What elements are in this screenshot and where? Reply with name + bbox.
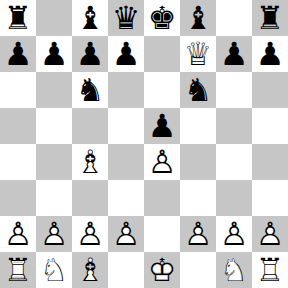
square-e2[interactable] [144,216,180,252]
square-e6[interactable] [144,72,180,108]
square-b3[interactable] [36,180,72,216]
black-bishop: ♝ [72,0,108,36]
square-f2[interactable]: ♟♙ [180,216,216,252]
square-g5[interactable] [216,108,252,144]
white-pawn: ♟♙ [0,216,36,252]
square-a8[interactable]: ♜ [0,0,36,36]
square-h3[interactable] [252,180,288,216]
square-d4[interactable] [108,144,144,180]
black-pawn: ♟ [216,36,252,72]
square-a6[interactable] [0,72,36,108]
white-pawn: ♟♙ [36,216,72,252]
square-a4[interactable] [0,144,36,180]
white-rook: ♜♖ [0,252,36,288]
square-c3[interactable] [72,180,108,216]
square-e8[interactable]: ♚ [144,0,180,36]
square-h5[interactable] [252,108,288,144]
square-h6[interactable] [252,72,288,108]
square-d1[interactable] [108,252,144,288]
square-d8[interactable]: ♛ [108,0,144,36]
black-pawn: ♟ [252,36,288,72]
square-d2[interactable]: ♟♙ [108,216,144,252]
square-g8[interactable] [216,0,252,36]
square-b4[interactable] [36,144,72,180]
square-f1[interactable] [180,252,216,288]
square-h4[interactable] [252,144,288,180]
square-b7[interactable]: ♟ [36,36,72,72]
square-b6[interactable] [36,72,72,108]
square-e3[interactable] [144,180,180,216]
black-rook: ♜ [0,0,36,36]
chess-board: ♜♝♛♚♝♜♟♟♟♟♛♕♟♟♞♞♟♝♗♟♙♟♙♟♙♟♙♟♙♟♙♟♙♟♙♜♖♞♘♝… [0,0,288,288]
square-c5[interactable] [72,108,108,144]
square-c1[interactable]: ♝♗ [72,252,108,288]
white-rook: ♜♖ [252,252,288,288]
square-a7[interactable]: ♟ [0,36,36,72]
square-c4[interactable]: ♝♗ [72,144,108,180]
square-c6[interactable]: ♞ [72,72,108,108]
white-bishop: ♝♗ [72,144,108,180]
black-rook: ♜ [252,0,288,36]
white-pawn: ♟♙ [108,216,144,252]
square-c7[interactable]: ♟ [72,36,108,72]
black-knight: ♞ [180,72,216,108]
square-e5[interactable]: ♟ [144,108,180,144]
white-king: ♚♔ [144,252,180,288]
square-f7[interactable]: ♛♕ [180,36,216,72]
black-pawn: ♟ [72,36,108,72]
square-f5[interactable] [180,108,216,144]
square-e7[interactable] [144,36,180,72]
square-c8[interactable]: ♝ [72,0,108,36]
square-g3[interactable] [216,180,252,216]
square-f8[interactable]: ♝ [180,0,216,36]
square-g7[interactable]: ♟ [216,36,252,72]
square-h7[interactable]: ♟ [252,36,288,72]
black-pawn: ♟ [36,36,72,72]
white-pawn: ♟♙ [72,216,108,252]
black-knight: ♞ [72,72,108,108]
square-h2[interactable]: ♟♙ [252,216,288,252]
square-e1[interactable]: ♚♔ [144,252,180,288]
square-h1[interactable]: ♜♖ [252,252,288,288]
white-queen: ♛♕ [180,36,216,72]
white-pawn: ♟♙ [216,216,252,252]
square-d3[interactable] [108,180,144,216]
square-g2[interactable]: ♟♙ [216,216,252,252]
white-pawn: ♟♙ [252,216,288,252]
square-g1[interactable]: ♞♘ [216,252,252,288]
square-d6[interactable] [108,72,144,108]
square-b8[interactable] [36,0,72,36]
square-a1[interactable]: ♜♖ [0,252,36,288]
square-d7[interactable]: ♟ [108,36,144,72]
square-g4[interactable] [216,144,252,180]
white-knight: ♞♘ [36,252,72,288]
square-d5[interactable] [108,108,144,144]
black-bishop: ♝ [180,0,216,36]
black-pawn: ♟ [144,108,180,144]
square-b1[interactable]: ♞♘ [36,252,72,288]
white-pawn: ♟♙ [180,216,216,252]
square-e4[interactable]: ♟♙ [144,144,180,180]
black-pawn: ♟ [0,36,36,72]
black-queen: ♛ [108,0,144,36]
square-c2[interactable]: ♟♙ [72,216,108,252]
square-f4[interactable] [180,144,216,180]
white-pawn: ♟♙ [144,144,180,180]
black-king: ♚ [144,0,180,36]
square-f3[interactable] [180,180,216,216]
square-a2[interactable]: ♟♙ [0,216,36,252]
square-h8[interactable]: ♜ [252,0,288,36]
square-g6[interactable] [216,72,252,108]
white-knight: ♞♘ [216,252,252,288]
square-a3[interactable] [0,180,36,216]
square-b2[interactable]: ♟♙ [36,216,72,252]
square-b5[interactable] [36,108,72,144]
white-bishop: ♝♗ [72,252,108,288]
square-f6[interactable]: ♞ [180,72,216,108]
black-pawn: ♟ [108,36,144,72]
square-a5[interactable] [0,108,36,144]
